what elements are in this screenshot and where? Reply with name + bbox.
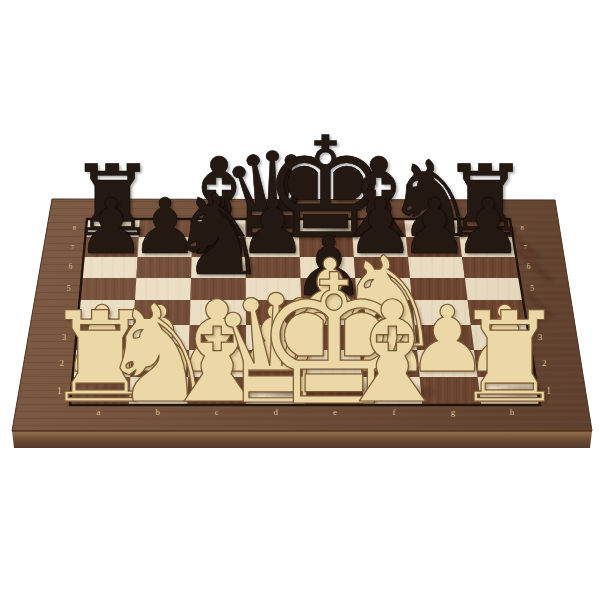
rank-label-right-3: 3 [538, 332, 542, 342]
rank-label-left-7: 7 [71, 243, 75, 251]
board-sheen [70, 219, 540, 405]
file-label-b: b [155, 407, 160, 417]
rank-label-left-5: 5 [67, 284, 71, 293]
rank-label-left-4: 4 [64, 308, 68, 317]
chessboard: abcdefgh1122334455667788 [0, 0, 600, 600]
rank-label-right-5: 5 [530, 284, 534, 293]
file-label-c: c [215, 407, 219, 417]
rank-label-left-3: 3 [62, 332, 66, 342]
rank-label-right-1: 1 [546, 386, 551, 396]
rank-label-left-1: 1 [57, 386, 62, 396]
file-label-f: f [392, 407, 395, 417]
file-label-d: d [274, 407, 279, 417]
file-label-a: a [97, 407, 101, 417]
chessboard-product-photo: abcdefgh1122334455667788 ♜♝♛♚♝♞♜♟♟♟♟♟♟♟♞… [0, 0, 600, 600]
board-front-edge [12, 431, 592, 448]
file-label-e: e [333, 407, 337, 417]
rank-label-right-7: 7 [524, 243, 528, 251]
rank-label-left-6: 6 [69, 262, 73, 271]
rank-label-right-6: 6 [527, 262, 531, 271]
rank-label-right-4: 4 [534, 308, 538, 317]
file-label-h: h [510, 407, 515, 417]
file-label-g: g [451, 407, 456, 417]
rank-label-left-2: 2 [60, 358, 64, 368]
rank-label-right-2: 2 [542, 358, 546, 368]
